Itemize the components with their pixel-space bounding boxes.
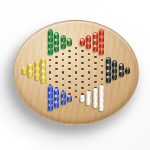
peg-highlight <box>94 45 96 47</box>
peg-highlight <box>88 36 90 38</box>
hole-r9-c5[interactable] <box>75 78 78 80</box>
peg-highlight <box>62 42 64 44</box>
peg-highlight <box>23 67 25 69</box>
hole-r9-c4[interactable] <box>68 75 71 77</box>
peg-highlight <box>62 98 64 100</box>
peg-highlight <box>49 86 51 88</box>
peg-highlight <box>81 39 83 41</box>
peg-highlight <box>49 48 51 50</box>
peg-white[interactable] <box>80 95 85 103</box>
peg-highlight <box>127 67 129 69</box>
peg-blue[interactable] <box>48 104 53 112</box>
peg-highlight <box>49 92 51 94</box>
peg-highlight <box>42 70 44 72</box>
peg-highlight <box>42 76 44 78</box>
peg-highlight <box>107 58 109 60</box>
peg-red[interactable] <box>99 48 104 56</box>
hole-r10-c7[interactable] <box>81 87 84 89</box>
peg-highlight <box>29 64 31 66</box>
peg-highlight <box>49 30 51 32</box>
peg-highlight <box>114 67 116 69</box>
peg-highlight <box>62 92 64 94</box>
peg-highlight <box>55 101 57 103</box>
peg-green[interactable] <box>61 42 66 50</box>
peg-highlight <box>101 98 103 100</box>
hole-r11-c5[interactable] <box>62 84 65 86</box>
peg-highlight <box>55 89 57 91</box>
peg-highlight <box>101 48 103 50</box>
hole-r8-c3[interactable] <box>68 68 71 70</box>
peg-highlight <box>55 33 57 35</box>
peg-white[interactable] <box>86 98 91 106</box>
peg-red[interactable] <box>80 38 85 46</box>
peg-highlight <box>68 39 70 41</box>
peg-highlight <box>68 95 70 97</box>
peg-highlight <box>101 36 103 38</box>
hole-r6-c2[interactable] <box>62 53 65 55</box>
hole-r4-c5[interactable] <box>81 50 84 52</box>
hole-r8-c2[interactable] <box>62 65 65 67</box>
hole-r12-c8[interactable] <box>75 96 78 98</box>
peg-yellow[interactable] <box>22 67 27 75</box>
hole-r5-c6[interactable] <box>88 59 91 61</box>
peg-highlight <box>55 39 57 41</box>
peg-highlight <box>42 64 44 66</box>
hole-r7-c4[interactable] <box>75 65 78 67</box>
peg-highlight <box>49 36 51 38</box>
hole-r5-c3[interactable] <box>68 50 71 52</box>
peg-highlight <box>81 95 83 97</box>
hole-r6-c8[interactable] <box>101 71 104 73</box>
hole-r8-c5[interactable] <box>81 75 84 77</box>
peg-highlight <box>29 70 31 72</box>
hole-r7-c7[interactable] <box>94 75 97 77</box>
hole-r6-c6[interactable] <box>88 65 91 67</box>
peg-highlight <box>114 73 116 75</box>
hole-r4-c7[interactable] <box>94 56 97 58</box>
peg-highlight <box>94 89 96 91</box>
peg-highlight <box>101 30 103 32</box>
peg-highlight <box>120 70 122 72</box>
peg-highlight <box>101 42 103 44</box>
peg-white[interactable] <box>99 104 104 112</box>
hole-r5-c4[interactable] <box>75 53 78 55</box>
hole-r5-c8[interactable] <box>101 65 104 67</box>
peg-yellow[interactable] <box>35 73 40 81</box>
peg-highlight <box>49 98 51 100</box>
peg-highlight <box>120 64 122 66</box>
hole-r9-c2[interactable] <box>55 68 58 70</box>
hole-r6-c5[interactable] <box>81 62 84 64</box>
hole-r7-c5[interactable] <box>81 68 84 70</box>
peg-highlight <box>62 36 64 38</box>
hole-r8-c0[interactable] <box>49 59 52 61</box>
peg-highlight <box>114 61 116 63</box>
hole-r11-c4[interactable] <box>55 81 58 83</box>
hole-r9-c3[interactable] <box>62 71 65 73</box>
hole-r10-c3[interactable] <box>55 75 58 77</box>
peg-highlight <box>94 39 96 41</box>
peg-yellow[interactable] <box>28 70 33 78</box>
hole-r7-c8[interactable] <box>101 78 104 80</box>
photo-background <box>0 0 150 150</box>
peg-highlight <box>107 64 109 66</box>
hole-r8-c4[interactable] <box>75 71 78 73</box>
hole-r10-c4[interactable] <box>62 78 65 80</box>
hole-r8-c7[interactable] <box>94 81 97 83</box>
peg-highlight <box>36 73 38 75</box>
peg-blue[interactable] <box>61 98 66 106</box>
hole-r9-c7[interactable] <box>88 84 91 86</box>
peg-highlight <box>101 92 103 94</box>
peg-green[interactable] <box>67 38 72 46</box>
peg-highlight <box>107 76 109 78</box>
hole-r9-c1[interactable] <box>49 65 52 67</box>
hole-r5-c7[interactable] <box>94 62 97 64</box>
peg-black[interactable] <box>112 73 117 81</box>
hole-r11-c3[interactable] <box>49 78 52 80</box>
hole-r11-c6[interactable] <box>68 87 71 89</box>
peg-green[interactable] <box>48 48 53 56</box>
peg-blue[interactable] <box>67 95 72 103</box>
hole-r11-c7[interactable] <box>75 90 78 92</box>
hole-r6-c3[interactable] <box>68 56 71 58</box>
hole-r9-c6[interactable] <box>81 81 84 83</box>
peg-black[interactable] <box>106 76 111 84</box>
peg-white[interactable] <box>93 101 98 109</box>
peg-green[interactable] <box>54 45 59 53</box>
hole-r10-c5[interactable] <box>68 81 71 83</box>
hole-r10-c6[interactable] <box>75 84 78 86</box>
peg-highlight <box>101 104 103 106</box>
peg-yellow[interactable] <box>41 76 46 84</box>
peg-black[interactable] <box>119 70 124 78</box>
peg-blue[interactable] <box>54 101 59 109</box>
game-board <box>13 20 139 125</box>
peg-red[interactable] <box>86 42 91 50</box>
hole-r7-c1[interactable] <box>55 56 58 58</box>
peg-highlight <box>49 42 51 44</box>
hole-r10-c2[interactable] <box>49 71 52 73</box>
hole-r7-c2[interactable] <box>62 59 65 61</box>
peg-black[interactable] <box>125 67 130 75</box>
peg-highlight <box>49 104 51 106</box>
hole-r7-c3[interactable] <box>68 62 71 64</box>
hole-r4-c6[interactable] <box>88 53 91 55</box>
hole-r6-c7[interactable] <box>94 68 97 70</box>
peg-highlight <box>94 95 96 97</box>
peg-highlight <box>101 86 103 88</box>
hole-r8-c1[interactable] <box>55 62 58 64</box>
peg-highlight <box>94 33 96 35</box>
peg-highlight <box>36 61 38 63</box>
peg-highlight <box>94 101 96 103</box>
hole-r5-c5[interactable] <box>81 56 84 58</box>
hole-r4-c4[interactable] <box>75 47 78 49</box>
hole-r6-c4[interactable] <box>75 59 78 61</box>
peg-highlight <box>36 67 38 69</box>
peg-highlight <box>107 70 109 72</box>
peg-highlight <box>88 42 90 44</box>
hole-r8-c6[interactable] <box>88 78 91 80</box>
hole-r7-c6[interactable] <box>88 71 91 73</box>
peg-highlight <box>88 98 90 100</box>
hole-r4-c8[interactable] <box>101 59 104 61</box>
peg-highlight <box>42 58 44 60</box>
peg-highlight <box>88 92 90 94</box>
peg-red[interactable] <box>93 45 98 53</box>
peg-highlight <box>55 95 57 97</box>
peg-highlight <box>55 45 57 47</box>
